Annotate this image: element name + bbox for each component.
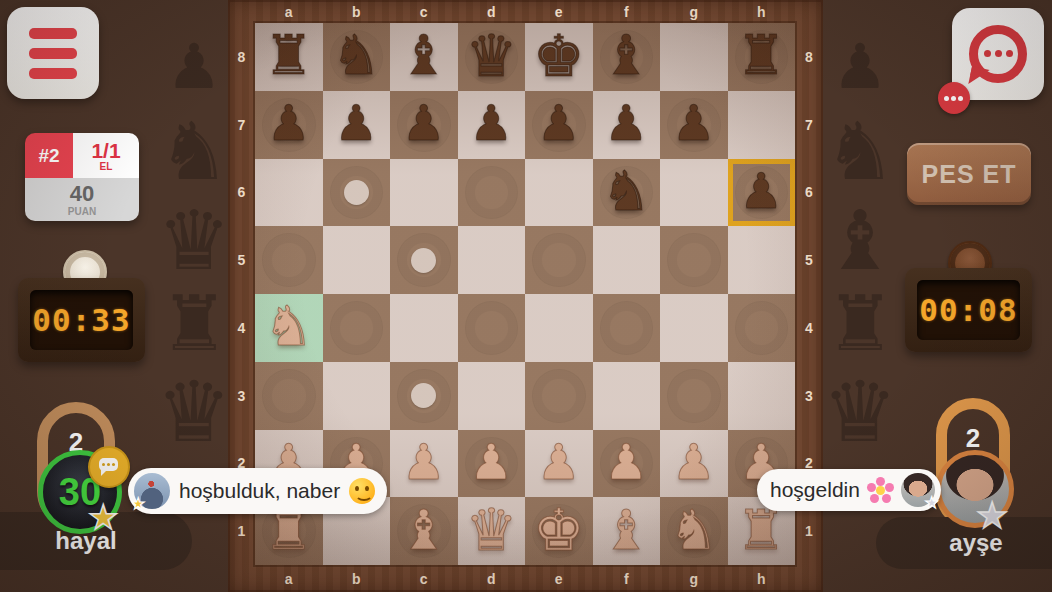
square-d1[interactable]: ♛ <box>458 497 526 565</box>
queen-silhouette-icon: ♛ <box>156 370 232 454</box>
rank-label: 7 <box>795 91 823 159</box>
file-label: f <box>593 0 661 23</box>
score-indicator: 40 PUAN <box>25 178 139 221</box>
square-c1[interactable]: ♝ <box>390 497 458 565</box>
file-label: h <box>728 0 796 23</box>
piece-black-bishop[interactable]: ♝ <box>399 28 448 83</box>
square-d6[interactable] <box>458 159 526 227</box>
piece-black-pawn[interactable]: ♟ <box>267 99 311 148</box>
piece-black-pawn[interactable]: ♟ <box>604 99 648 148</box>
round-indicator: 1/1 EL <box>73 133 139 178</box>
piece-black-pawn[interactable]: ♟ <box>469 99 513 148</box>
hamburger-icon <box>29 48 77 59</box>
square-f4[interactable] <box>593 294 661 362</box>
score-value: 40 <box>70 183 94 205</box>
file-label: d <box>458 0 526 23</box>
piece-black-knight[interactable]: ♞ <box>602 164 651 219</box>
queen-silhouette-icon: ♛ <box>822 370 898 454</box>
file-label: c <box>390 565 458 592</box>
square-c8[interactable]: ♝ <box>390 23 458 91</box>
square-c7[interactable]: ♟ <box>390 91 458 159</box>
rank-label: 6 <box>795 159 823 227</box>
move-hint-dot[interactable] <box>411 248 436 273</box>
square-e4[interactable] <box>525 294 593 362</box>
file-label: g <box>660 565 728 592</box>
rank-label: 4 <box>795 294 823 362</box>
round-label: EL <box>100 162 113 172</box>
square-a8[interactable]: ♜ <box>255 23 323 91</box>
hamburger-icon <box>29 28 77 39</box>
piece-black-king[interactable]: ♚ <box>533 27 585 85</box>
pawn-silhouette-icon: ♟ <box>156 36 232 98</box>
square-d7[interactable]: ♟ <box>458 91 526 159</box>
left-chat-bubble: ★ hoşbulduk, naber <box>128 468 387 514</box>
piece-black-pawn[interactable]: ♟ <box>334 99 378 148</box>
square-h4[interactable] <box>728 294 796 362</box>
silver-star-icon: ★ <box>976 498 1008 534</box>
piece-black-rook[interactable]: ♜ <box>264 28 313 83</box>
clock-screen: 00:33 <box>30 290 133 350</box>
file-label: b <box>323 565 391 592</box>
square-b7[interactable]: ♟ <box>323 91 391 159</box>
piece-black-rook[interactable]: ♜ <box>737 28 786 83</box>
piece-white-king[interactable]: ♚ <box>533 501 585 559</box>
square-a3[interactable] <box>255 362 323 430</box>
rank-label: 8 <box>228 23 255 91</box>
rank-label: 7 <box>228 91 255 159</box>
square-h3[interactable] <box>728 362 796 430</box>
file-label: a <box>255 0 323 23</box>
rank-badge: #2 <box>25 133 73 178</box>
silver-star-icon: ★ <box>925 495 939 511</box>
file-label: a <box>255 565 323 592</box>
round-value: 1/1 <box>91 140 120 161</box>
piece-black-pawn[interactable]: ♟ <box>402 99 446 148</box>
knight-silhouette-icon: ♞ <box>822 112 898 192</box>
queen-silhouette-icon: ♛ <box>156 200 232 282</box>
speech-bubble-icon <box>969 25 1027 83</box>
knight-silhouette-icon: ♞ <box>156 112 232 192</box>
square-a7[interactable]: ♟ <box>255 91 323 159</box>
piece-black-pawn[interactable]: ♟ <box>739 167 783 216</box>
piece-black-pawn[interactable]: ♟ <box>537 99 581 148</box>
rank-label: 5 <box>228 226 255 294</box>
square-f5[interactable] <box>593 226 661 294</box>
black-clock-time: 00:08 <box>919 292 1017 328</box>
file-label: h <box>728 565 796 592</box>
game-screen: ♟♞♛♜♛ ♟♞♝♜♛ abcdefgh abcdefgh 87654321 8… <box>0 0 1052 592</box>
square-f3[interactable] <box>593 362 661 430</box>
right-chat-mini-avatar: ★ <box>901 473 935 507</box>
piece-black-bishop[interactable]: ♝ <box>602 28 651 83</box>
bishop-silhouette-icon: ♝ <box>822 200 898 282</box>
piece-white-pawn[interactable]: ♟ <box>672 438 716 487</box>
rook-silhouette-icon: ♜ <box>822 286 898 362</box>
square-e8[interactable]: ♚ <box>525 23 593 91</box>
square-g1[interactable]: ♞ <box>660 497 728 565</box>
piece-black-knight[interactable]: ♞ <box>332 28 381 83</box>
square-d2[interactable]: ♟ <box>458 430 526 498</box>
square-e5[interactable] <box>525 226 593 294</box>
file-label: c <box>390 0 458 23</box>
rank-label: 3 <box>228 362 255 430</box>
square-g3[interactable] <box>660 362 728 430</box>
square-b8[interactable]: ♞ <box>323 23 391 91</box>
square-a6[interactable] <box>255 159 323 227</box>
piece-white-bishop[interactable]: ♝ <box>399 503 448 558</box>
piece-white-bishop[interactable]: ♝ <box>602 503 651 558</box>
clock-screen: 00:08 <box>917 280 1020 340</box>
square-f2[interactable]: ♟ <box>593 430 661 498</box>
move-hint-dot[interactable] <box>344 180 369 205</box>
hamburger-icon <box>29 68 77 79</box>
square-c6[interactable] <box>390 159 458 227</box>
square-g2[interactable]: ♟ <box>660 430 728 498</box>
rank-label: 8 <box>795 23 823 91</box>
black-clock: 00:08 <box>905 268 1032 352</box>
square-g6[interactable] <box>660 159 728 227</box>
square-b5[interactable] <box>323 226 391 294</box>
file-labels-top: abcdefgh <box>255 0 795 23</box>
right-chat-message: hoşgeldin <box>770 478 860 502</box>
square-a5[interactable] <box>255 226 323 294</box>
file-labels-bottom: abcdefgh <box>255 565 795 592</box>
gold-star-icon: ★ <box>131 496 145 512</box>
square-d8[interactable]: ♛ <box>458 23 526 91</box>
move-hint-dot[interactable] <box>411 383 436 408</box>
square-h8[interactable]: ♜ <box>728 23 796 91</box>
square-e3[interactable] <box>525 362 593 430</box>
resign-button[interactable]: PES ET <box>907 143 1031 205</box>
square-f7[interactable]: ♟ <box>593 91 661 159</box>
square-g5[interactable] <box>660 226 728 294</box>
chat-button[interactable] <box>952 8 1044 100</box>
gold-star-icon: ★ <box>88 500 118 534</box>
piece-white-pawn[interactable]: ♟ <box>604 438 648 487</box>
square-c5[interactable] <box>390 226 458 294</box>
square-g8[interactable] <box>660 23 728 91</box>
menu-button[interactable] <box>7 7 99 99</box>
smiley-emoji-icon <box>349 478 375 504</box>
file-label: e <box>525 0 593 23</box>
square-c3[interactable] <box>390 362 458 430</box>
square-d5[interactable] <box>458 226 526 294</box>
chat-bubble-badge-icon[interactable] <box>88 446 130 488</box>
right-chat-bubble: hoşgeldin ★ <box>757 469 941 511</box>
square-h7[interactable] <box>728 91 796 159</box>
rank-label: 4 <box>228 294 255 362</box>
square-e1[interactable]: ♚ <box>525 497 593 565</box>
left-chat-mini-avatar: ★ <box>134 473 170 509</box>
square-h6[interactable]: ♟ <box>728 159 796 227</box>
piece-white-pawn[interactable]: ♟ <box>537 438 581 487</box>
rank-label: 5 <box>795 226 823 294</box>
square-g4[interactable] <box>660 294 728 362</box>
file-label: e <box>525 565 593 592</box>
square-b6[interactable] <box>323 159 391 227</box>
piece-white-pawn[interactable]: ♟ <box>469 438 513 487</box>
piece-white-pawn[interactable]: ♟ <box>402 438 446 487</box>
file-label: f <box>593 565 661 592</box>
file-label: b <box>323 0 391 23</box>
square-f1[interactable]: ♝ <box>593 497 661 565</box>
more-options-badge[interactable] <box>938 82 970 114</box>
square-f8[interactable]: ♝ <box>593 23 661 91</box>
piece-black-pawn[interactable]: ♟ <box>672 99 716 148</box>
piece-white-queen[interactable]: ♛ <box>465 501 517 559</box>
square-c4[interactable] <box>390 294 458 362</box>
flower-emoji-icon <box>876 486 885 495</box>
left-chat-message: hoşbulduk, naber <box>179 479 340 503</box>
pawn-silhouette-icon: ♟ <box>822 36 898 98</box>
square-c2[interactable]: ♟ <box>390 430 458 498</box>
square-e7[interactable]: ♟ <box>525 91 593 159</box>
square-d4[interactable] <box>458 294 526 362</box>
white-clock: 00:33 <box>18 278 145 362</box>
rank-label: 3 <box>795 362 823 430</box>
piece-black-queen[interactable]: ♛ <box>465 27 517 85</box>
rank-label: 6 <box>228 159 255 227</box>
square-h5[interactable] <box>728 226 796 294</box>
square-a4[interactable]: ♞ <box>255 294 323 362</box>
square-e6[interactable] <box>525 159 593 227</box>
square-b3[interactable] <box>323 362 391 430</box>
piece-white-knight[interactable]: ♞ <box>264 299 313 354</box>
rook-silhouette-icon: ♜ <box>156 286 232 362</box>
piece-white-knight[interactable]: ♞ <box>669 503 718 558</box>
square-b4[interactable] <box>323 294 391 362</box>
square-g7[interactable]: ♟ <box>660 91 728 159</box>
square-d3[interactable] <box>458 362 526 430</box>
match-info-card: #2 1/1 EL 40 PUAN <box>25 133 139 221</box>
square-f6[interactable]: ♞ <box>593 159 661 227</box>
score-label: PUAN <box>68 207 96 217</box>
file-label: g <box>660 0 728 23</box>
file-label: d <box>458 565 526 592</box>
square-e2[interactable]: ♟ <box>525 430 593 498</box>
white-clock-time: 00:33 <box>32 302 130 338</box>
